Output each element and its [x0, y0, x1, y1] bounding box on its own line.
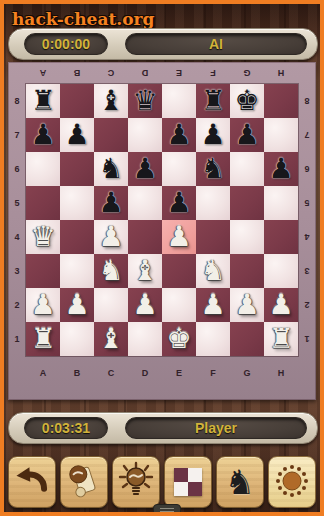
white-king-piece: ♚: [166, 322, 191, 356]
square-a2[interactable]: ♟: [26, 288, 60, 322]
square-h7[interactable]: [264, 118, 298, 152]
square-f8[interactable]: ♜: [196, 84, 230, 118]
coord-label: 5: [8, 186, 26, 220]
moves-button[interactable]: [60, 456, 108, 508]
chess-board: ABCDEFGH 87654321 ♜♝♛♜♚♟♟♟♟♟♞♟♞♟♟♟♛♟♟♞♝♞…: [8, 62, 316, 400]
square-g5[interactable]: [230, 186, 264, 220]
ai-info-bar: 0:00:00 AI: [8, 28, 318, 60]
square-a4[interactable]: ♛: [26, 220, 60, 254]
black-queen-piece: ♛: [132, 84, 157, 118]
coord-label: 1: [8, 322, 26, 356]
black-pawn-piece: ♟: [132, 152, 157, 186]
rank-labels-left: 87654321: [8, 84, 26, 356]
coord-label: 1: [298, 322, 316, 356]
square-f1[interactable]: [196, 322, 230, 356]
square-c6[interactable]: ♞: [94, 152, 128, 186]
coord-label: A: [26, 362, 60, 384]
coord-label: D: [128, 62, 162, 84]
nav-handle[interactable]: [153, 504, 181, 516]
board-squares: ♜♝♛♜♚♟♟♟♟♟♞♟♞♟♟♟♛♟♟♞♝♞♟♟♟♟♟♟♜♝♚♜: [26, 84, 298, 356]
black-king-piece: ♚: [234, 84, 259, 118]
coord-label: 7: [8, 118, 26, 152]
coord-label: E: [162, 62, 196, 84]
square-c2[interactable]: [94, 288, 128, 322]
square-g6[interactable]: [230, 152, 264, 186]
coord-label: 4: [8, 220, 26, 254]
coord-label: A: [26, 62, 60, 84]
coord-label: G: [230, 362, 264, 384]
square-d2[interactable]: ♟: [128, 288, 162, 322]
square-e3[interactable]: [162, 254, 196, 288]
black-knight-piece: ♞: [98, 152, 123, 186]
white-knight-piece: ♞: [98, 254, 123, 288]
square-d1[interactable]: [128, 322, 162, 356]
square-b2[interactable]: ♟: [60, 288, 94, 322]
white-knight-piece: ♞: [200, 254, 225, 288]
square-b3[interactable]: [60, 254, 94, 288]
black-knight-piece: ♞: [200, 152, 225, 186]
black-pawn-piece: ♟: [166, 186, 191, 220]
square-a8[interactable]: ♜: [26, 84, 60, 118]
white-pawn-piece: ♟: [200, 288, 225, 322]
square-b8[interactable]: [60, 84, 94, 118]
coord-label: F: [196, 362, 230, 384]
square-d3[interactable]: ♝: [128, 254, 162, 288]
square-f7[interactable]: ♟: [196, 118, 230, 152]
coord-label: G: [230, 62, 264, 84]
white-pawn-piece: ♟: [132, 288, 157, 322]
coord-label: 6: [298, 152, 316, 186]
file-labels-top: ABCDEFGH: [8, 62, 316, 84]
black-pawn-piece: ♟: [30, 118, 55, 152]
coord-label: E: [162, 362, 196, 384]
white-pawn-piece: ♟: [234, 288, 259, 322]
square-g8[interactable]: ♚: [230, 84, 264, 118]
square-b4[interactable]: [60, 220, 94, 254]
coord-label: 2: [298, 288, 316, 322]
square-g4[interactable]: [230, 220, 264, 254]
coord-label: 6: [8, 152, 26, 186]
black-rook-piece: ♜: [30, 84, 55, 118]
square-d7[interactable]: [128, 118, 162, 152]
chess-app-screen: hack-cheat.org 0:00:00 AI ABCDEFGH 87654…: [0, 0, 324, 516]
square-d4[interactable]: [128, 220, 162, 254]
coord-label: C: [94, 362, 128, 384]
coord-label: D: [128, 362, 162, 384]
coord-label: B: [60, 362, 94, 384]
square-a7[interactable]: ♟: [26, 118, 60, 152]
square-e4[interactable]: ♟: [162, 220, 196, 254]
square-f4[interactable]: [196, 220, 230, 254]
square-h2[interactable]: ♟: [264, 288, 298, 322]
square-e2[interactable]: [162, 288, 196, 322]
toolbar: ♞: [8, 456, 316, 508]
black-pawn-piece: ♟: [200, 118, 225, 152]
white-pawn-piece: ♟: [166, 220, 191, 254]
square-d8[interactable]: ♛: [128, 84, 162, 118]
square-c8[interactable]: ♝: [94, 84, 128, 118]
square-g3[interactable]: [230, 254, 264, 288]
square-f3[interactable]: ♞: [196, 254, 230, 288]
dial-dots-icon: [272, 461, 312, 504]
coord-label: C: [94, 62, 128, 84]
white-rook-piece: ♜: [268, 322, 293, 356]
square-a1[interactable]: ♜: [26, 322, 60, 356]
undo-button[interactable]: [8, 456, 56, 508]
black-pawn-piece: ♟: [234, 118, 259, 152]
coord-label: 8: [298, 84, 316, 118]
rank-labels-right: 87654321: [298, 84, 316, 356]
square-e7[interactable]: ♟: [162, 118, 196, 152]
undo-arrow-icon: [13, 462, 51, 503]
square-f5[interactable]: [196, 186, 230, 220]
white-bishop-piece: ♝: [98, 322, 123, 356]
square-h4[interactable]: [264, 220, 298, 254]
coord-label: 2: [8, 288, 26, 322]
square-h8[interactable]: [264, 84, 298, 118]
checkerboard-icon: [174, 468, 202, 496]
board-style-button[interactable]: [164, 456, 212, 508]
square-g2[interactable]: ♟: [230, 288, 264, 322]
black-bishop-piece: ♝: [98, 84, 123, 118]
coord-label: 3: [298, 254, 316, 288]
square-a3[interactable]: [26, 254, 60, 288]
piece-style-button[interactable]: ♞: [216, 456, 264, 508]
watermark-banner: hack-cheat.org: [12, 9, 154, 29]
settings-button[interactable]: [268, 456, 316, 508]
black-pawn-piece: ♟: [64, 118, 89, 152]
scroll-icon: [65, 462, 103, 503]
white-pawn-piece: ♟: [30, 288, 55, 322]
coord-label: 7: [298, 118, 316, 152]
coord-label: H: [264, 362, 298, 384]
square-c1[interactable]: ♝: [94, 322, 128, 356]
square-b1[interactable]: [60, 322, 94, 356]
square-h6[interactable]: ♟: [264, 152, 298, 186]
square-g1[interactable]: [230, 322, 264, 356]
square-c3[interactable]: ♞: [94, 254, 128, 288]
coord-label: 8: [8, 84, 26, 118]
square-c4[interactable]: ♟: [94, 220, 128, 254]
square-h5[interactable]: [264, 186, 298, 220]
square-e1[interactable]: ♚: [162, 322, 196, 356]
coord-label: 4: [298, 220, 316, 254]
coord-label: 3: [8, 254, 26, 288]
square-h3[interactable]: [264, 254, 298, 288]
white-pawn-piece: ♟: [268, 288, 293, 322]
square-e5[interactable]: ♟: [162, 186, 196, 220]
ai-player-label: AI: [125, 33, 307, 55]
square-d5[interactable]: [128, 186, 162, 220]
square-f2[interactable]: ♟: [196, 288, 230, 322]
square-d6[interactable]: ♟: [128, 152, 162, 186]
player-label: Player: [125, 417, 307, 439]
white-bishop-piece: ♝: [132, 254, 157, 288]
square-c5[interactable]: ♟: [94, 186, 128, 220]
hint-button[interactable]: [112, 456, 160, 508]
square-e6[interactable]: [162, 152, 196, 186]
player-info-bar: 0:03:31 Player: [8, 412, 318, 444]
square-b6[interactable]: [60, 152, 94, 186]
white-rook-piece: ♜: [30, 322, 55, 356]
black-pawn-piece: ♟: [166, 118, 191, 152]
square-a5[interactable]: [26, 186, 60, 220]
black-pawn-piece: ♟: [98, 186, 123, 220]
coord-label: B: [60, 62, 94, 84]
coord-label: H: [264, 62, 298, 84]
player-clock: 0:03:31: [24, 417, 108, 439]
knight-icon: ♞: [225, 458, 255, 506]
black-pawn-piece: ♟: [268, 152, 293, 186]
square-b7[interactable]: ♟: [60, 118, 94, 152]
ai-clock: 0:00:00: [24, 33, 108, 55]
black-rook-piece: ♜: [200, 84, 225, 118]
square-f6[interactable]: ♞: [196, 152, 230, 186]
coord-label: F: [196, 62, 230, 84]
file-labels-bottom: ABCDEFGH: [8, 356, 316, 400]
square-a6[interactable]: [26, 152, 60, 186]
square-g7[interactable]: ♟: [230, 118, 264, 152]
lightbulb-icon: [116, 461, 156, 504]
square-c7[interactable]: [94, 118, 128, 152]
white-pawn-piece: ♟: [64, 288, 89, 322]
square-b5[interactable]: [60, 186, 94, 220]
white-queen-piece: ♛: [30, 220, 55, 254]
square-h1[interactable]: ♜: [264, 322, 298, 356]
square-e8[interactable]: [162, 84, 196, 118]
white-pawn-piece: ♟: [98, 220, 123, 254]
coord-label: 5: [298, 186, 316, 220]
